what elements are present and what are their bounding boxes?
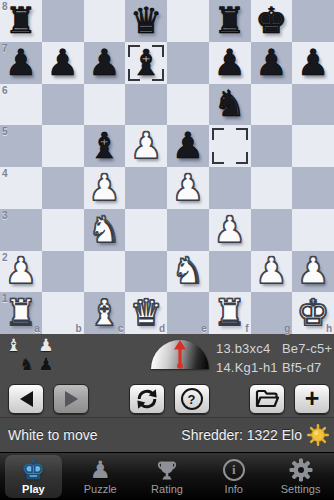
move-white: 14.Kg1-h1	[216, 360, 282, 375]
square-f6[interactable]: ♞	[209, 84, 251, 126]
square-f7[interactable]: ♟	[209, 42, 251, 84]
square-g4[interactable]	[251, 167, 293, 209]
captured-black-knight: ♞	[19, 356, 34, 373]
square-d8[interactable]: ♛	[125, 0, 167, 42]
rank-label-3: 3	[2, 210, 8, 221]
square-f8[interactable]: ♜	[209, 0, 251, 42]
square-g7[interactable]: ♟	[251, 42, 293, 84]
black-rook-f8[interactable]: ♜	[209, 0, 251, 42]
tab-info[interactable]: i Info	[200, 453, 267, 500]
square-f4[interactable]	[209, 167, 251, 209]
black-pawn-e5[interactable]: ♟	[167, 125, 209, 167]
pawn-icon: ♟	[89, 458, 111, 482]
white-king-h1[interactable]: ♚	[292, 292, 334, 334]
king-crown-icon: ♚	[21, 456, 45, 483]
white-pawn-e4[interactable]: ♟	[167, 167, 209, 209]
nav-button-group	[8, 384, 89, 414]
square-e7[interactable]	[167, 42, 209, 84]
square-b6[interactable]	[42, 84, 84, 126]
move-list[interactable]: 13.b3xc4 Be7-c5+ 14.Kg1-h1 Bf5-d7	[216, 339, 332, 377]
circled-question-icon: ?	[181, 388, 203, 410]
captured-black-pawn: ♟	[38, 356, 53, 373]
move-row: 14.Kg1-h1 Bf5-d7	[216, 358, 332, 377]
square-c6[interactable]	[84, 84, 126, 126]
move-black: Bf5-d7	[282, 360, 322, 375]
square-h3[interactable]	[292, 209, 334, 251]
square-g1[interactable]: g	[251, 292, 293, 334]
square-g2[interactable]: ♟	[251, 251, 293, 293]
black-pawn-g7[interactable]: ♟	[251, 42, 293, 84]
tab-play[interactable]: ♚ Play	[0, 453, 67, 500]
square-a8[interactable]: 8♜	[0, 0, 42, 42]
square-g6[interactable]	[251, 84, 293, 126]
file-button-group: +	[249, 384, 330, 414]
evaluation-gauge	[151, 340, 209, 369]
shredder-app: 8♜♛♜♚7♟♟♟♝♟♟♟6♞5♝♟♟4♟♟3♞♟2♟♞♟♟1a♜bc♝d♛ef…	[0, 0, 334, 500]
square-d5[interactable]: ♟	[125, 125, 167, 167]
square-h6[interactable]	[292, 84, 334, 126]
square-b7[interactable]: ♟	[42, 42, 84, 84]
square-a7[interactable]: 7♟	[0, 42, 42, 84]
plus-icon: +	[305, 386, 320, 411]
captured-white-pawn: ♟	[38, 337, 53, 354]
forward-button[interactable]	[53, 384, 89, 414]
square-b3[interactable]	[42, 209, 84, 251]
black-bishop-d7[interactable]: ♝	[125, 42, 167, 84]
square-e8[interactable]	[167, 0, 209, 42]
file-label-g: g	[284, 323, 290, 334]
square-c2[interactable]	[84, 251, 126, 293]
captured-white-row: ♝♟	[4, 336, 84, 355]
evaluation-arrow-icon	[173, 340, 187, 369]
tab-rating[interactable]: Rating	[134, 453, 201, 500]
white-queen-d1[interactable]: ♛	[125, 292, 167, 334]
white-pawn-c4[interactable]: ♟	[84, 167, 126, 209]
square-d7[interactable]: ♝	[125, 42, 167, 84]
square-f2[interactable]	[209, 251, 251, 293]
square-e5[interactable]: ♟	[167, 125, 209, 167]
black-queen-d8[interactable]: ♛	[125, 0, 167, 42]
square-h8[interactable]	[292, 0, 334, 42]
square-f3[interactable]: ♟	[209, 209, 251, 251]
captured-white-bishop: ♝	[6, 337, 21, 354]
move-black: Be7-c5+	[282, 341, 332, 356]
black-knight-f6[interactable]: ♞	[209, 84, 251, 126]
white-pawn-f3[interactable]: ♟	[209, 209, 251, 251]
trophy-icon	[155, 458, 179, 482]
square-c3[interactable]: ♞	[84, 209, 126, 251]
square-c4[interactable]: ♟	[84, 167, 126, 209]
square-g3[interactable]	[251, 209, 293, 251]
black-king-g8[interactable]: ♚	[251, 0, 293, 42]
square-e2[interactable]: ♞	[167, 251, 209, 293]
tab-bar: ♚ Play ♟ Puzzle Rating i Info	[0, 452, 334, 500]
square-d3[interactable]	[125, 209, 167, 251]
square-e6[interactable]	[167, 84, 209, 126]
tab-puzzle[interactable]: ♟ Puzzle	[67, 453, 134, 500]
white-pawn-h2[interactable]: ♟	[292, 251, 334, 293]
black-rook-a8[interactable]: ♜	[0, 0, 42, 42]
white-pawn-d5[interactable]: ♟	[125, 125, 167, 167]
square-f1[interactable]: f♜	[209, 292, 251, 334]
black-pawn-c7[interactable]: ♟	[84, 42, 126, 84]
square-a5[interactable]: 5	[0, 125, 42, 167]
action-button-group: ?	[129, 384, 210, 414]
gear-icon	[289, 458, 313, 482]
tab-play-label: Play	[22, 483, 45, 495]
square-c5[interactable]: ♝	[84, 125, 126, 167]
info-icon: i	[223, 459, 245, 481]
captured-pieces-tray: ♝♟ ♞♟	[4, 336, 84, 374]
white-bishop-c1[interactable]: ♝	[84, 292, 126, 334]
square-a1[interactable]: 1a♜	[0, 292, 42, 334]
file-label-b: b	[75, 323, 81, 334]
square-e3[interactable]	[167, 209, 209, 251]
circular-arrows-icon	[134, 386, 160, 412]
square-c8[interactable]	[84, 0, 126, 42]
right-triangle-icon	[65, 391, 78, 407]
square-g8[interactable]: ♚	[251, 0, 293, 42]
games-button[interactable]	[249, 384, 285, 414]
square-h1[interactable]: h♚	[292, 292, 334, 334]
last-move-marker	[212, 128, 248, 164]
square-h4[interactable]	[292, 167, 334, 209]
square-d1[interactable]: d♛	[125, 292, 167, 334]
move-row: 13.b3xc4 Be7-c5+	[216, 339, 332, 358]
white-rook-a1[interactable]: ♜	[0, 292, 42, 334]
tab-puzzle-label: Puzzle	[84, 483, 117, 495]
square-b8[interactable]	[42, 0, 84, 42]
square-a6[interactable]: 6	[0, 84, 42, 126]
sun-icon	[307, 424, 329, 446]
white-rook-f1[interactable]: ♜	[209, 292, 251, 334]
captured-black-row: ♞♟	[4, 355, 84, 374]
engine-strength[interactable]: Shredder: 1322 Elo	[181, 424, 329, 446]
black-pawn-f7[interactable]: ♟	[209, 42, 251, 84]
rank-label-6: 6	[2, 85, 8, 96]
tab-settings-label: Settings	[281, 483, 321, 495]
info-panel: ♝♟ ♞♟ 13.b3xc4 Be7-c5+ 14.Kg1-h1 Bf5-d7	[0, 334, 334, 381]
move-white: 13.b3xc4	[216, 341, 282, 356]
new-game-button[interactable]: +	[294, 384, 330, 414]
square-h5[interactable]	[292, 125, 334, 167]
rank-label-4: 4	[2, 168, 8, 179]
black-pawn-h7[interactable]: ♟	[292, 42, 334, 84]
left-triangle-icon	[20, 391, 33, 407]
black-pawn-b7[interactable]: ♟	[42, 42, 84, 84]
square-b1[interactable]: b	[42, 292, 84, 334]
square-d6[interactable]	[125, 84, 167, 126]
black-bishop-c5[interactable]: ♝	[84, 125, 126, 167]
square-a4[interactable]: 4	[0, 167, 42, 209]
square-b4[interactable]	[42, 167, 84, 209]
square-a2[interactable]: 2♟	[0, 251, 42, 293]
tab-rating-label: Rating	[151, 483, 183, 495]
tab-info-label: Info	[225, 483, 243, 495]
tab-settings[interactable]: Settings	[267, 453, 334, 500]
square-d4[interactable]	[125, 167, 167, 209]
folder-icon	[254, 387, 280, 411]
square-a3[interactable]: 3	[0, 209, 42, 251]
engine-strength-label: Shredder: 1322 Elo	[181, 427, 302, 443]
white-knight-e2[interactable]: ♞	[167, 251, 209, 293]
square-f5[interactable]	[209, 125, 251, 167]
square-c1[interactable]: c♝	[84, 292, 126, 334]
square-h2[interactable]: ♟	[292, 251, 334, 293]
black-pawn-a7[interactable]: ♟	[0, 42, 42, 84]
square-g5[interactable]	[251, 125, 293, 167]
white-pawn-g2[interactable]: ♟	[251, 251, 293, 293]
square-b2[interactable]	[42, 251, 84, 293]
rank-label-5: 5	[2, 126, 8, 137]
back-button[interactable]	[8, 384, 44, 414]
board: 8♜♛♜♚7♟♟♟♝♟♟♟6♞5♝♟♟4♟♟3♞♟2♟♞♟♟1a♜bc♝d♛ef…	[0, 0, 334, 334]
control-bar: ? +	[0, 381, 334, 417]
square-e4[interactable]: ♟	[167, 167, 209, 209]
turn-indicator: White to move	[8, 427, 97, 443]
status-bar: White to move Shredder: 1322 Elo	[0, 417, 334, 452]
square-d2[interactable]	[125, 251, 167, 293]
square-h7[interactable]: ♟	[292, 42, 334, 84]
square-b5[interactable]	[42, 125, 84, 167]
white-knight-c3[interactable]: ♞	[84, 209, 126, 251]
square-c7[interactable]: ♟	[84, 42, 126, 84]
square-e1[interactable]: e	[167, 292, 209, 334]
flip-analyze-button[interactable]	[129, 384, 165, 414]
file-label-e: e	[201, 323, 207, 334]
hint-button[interactable]: ?	[174, 384, 210, 414]
white-pawn-a2[interactable]: ♟	[0, 251, 42, 293]
